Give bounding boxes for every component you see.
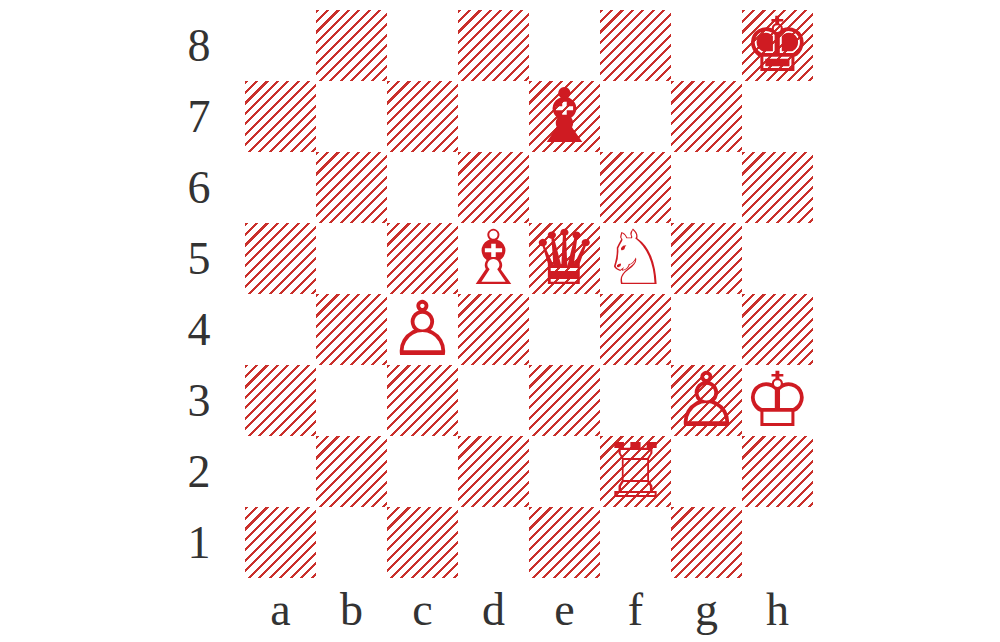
square-h1[interactable] bbox=[742, 507, 813, 578]
square-f4[interactable] bbox=[600, 294, 671, 365]
square-f5[interactable]: ♘ bbox=[600, 223, 671, 294]
square-h6[interactable] bbox=[742, 152, 813, 223]
square-h2[interactable] bbox=[742, 436, 813, 507]
file-labels: abcdefgh bbox=[245, 580, 813, 638]
piece-white-knight: ♘ bbox=[592, 214, 679, 301]
square-b1[interactable] bbox=[316, 507, 387, 578]
square-c7[interactable] bbox=[387, 81, 458, 152]
square-d8[interactable] bbox=[458, 10, 529, 81]
square-h4[interactable] bbox=[742, 294, 813, 365]
square-c5[interactable] bbox=[387, 223, 458, 294]
square-d6[interactable] bbox=[458, 152, 529, 223]
rank-label-8: 8 bbox=[168, 10, 230, 81]
rank-label-1: 1 bbox=[168, 507, 230, 578]
file-label-a: a bbox=[245, 580, 316, 638]
chess-board: ♚♝♗♛♘♙♙♔♖ bbox=[245, 10, 813, 578]
square-b8[interactable] bbox=[316, 10, 387, 81]
rank-label-5: 5 bbox=[168, 223, 230, 294]
square-e8[interactable] bbox=[529, 10, 600, 81]
square-d2[interactable] bbox=[458, 436, 529, 507]
square-b4[interactable] bbox=[316, 294, 387, 365]
chess-diagram: 87654321 ♚♝♗♛♘♙♙♔♖ abcdefgh bbox=[0, 0, 1000, 642]
square-a4[interactable] bbox=[245, 294, 316, 365]
square-a7[interactable] bbox=[245, 81, 316, 152]
piece-black-bishop: ♝ bbox=[521, 72, 608, 159]
square-c2[interactable] bbox=[387, 436, 458, 507]
file-label-e: e bbox=[529, 580, 600, 638]
square-g5[interactable] bbox=[671, 223, 742, 294]
square-d1[interactable] bbox=[458, 507, 529, 578]
square-g8[interactable] bbox=[671, 10, 742, 81]
square-e6[interactable] bbox=[529, 152, 600, 223]
rank-label-4: 4 bbox=[168, 294, 230, 365]
file-label-f: f bbox=[600, 580, 671, 638]
square-b2[interactable] bbox=[316, 436, 387, 507]
square-e5[interactable]: ♛ bbox=[529, 223, 600, 294]
square-g1[interactable] bbox=[671, 507, 742, 578]
square-e3[interactable] bbox=[529, 365, 600, 436]
square-a2[interactable] bbox=[245, 436, 316, 507]
square-e1[interactable] bbox=[529, 507, 600, 578]
square-b3[interactable] bbox=[316, 365, 387, 436]
square-a3[interactable] bbox=[245, 365, 316, 436]
square-a8[interactable] bbox=[245, 10, 316, 81]
file-label-g: g bbox=[671, 580, 742, 638]
square-b6[interactable] bbox=[316, 152, 387, 223]
piece-white-rook: ♖ bbox=[592, 427, 679, 514]
piece-white-pawn: ♙ bbox=[663, 356, 750, 443]
rank-label-3: 3 bbox=[168, 365, 230, 436]
square-d3[interactable] bbox=[458, 365, 529, 436]
square-h3[interactable]: ♔ bbox=[742, 365, 813, 436]
square-g2[interactable] bbox=[671, 436, 742, 507]
square-c4[interactable]: ♙ bbox=[387, 294, 458, 365]
square-d7[interactable] bbox=[458, 81, 529, 152]
piece-white-bishop: ♗ bbox=[450, 214, 537, 301]
square-a1[interactable] bbox=[245, 507, 316, 578]
square-f7[interactable] bbox=[600, 81, 671, 152]
square-g6[interactable] bbox=[671, 152, 742, 223]
square-f2[interactable]: ♖ bbox=[600, 436, 671, 507]
file-label-c: c bbox=[387, 580, 458, 638]
square-g4[interactable] bbox=[671, 294, 742, 365]
square-h7[interactable] bbox=[742, 81, 813, 152]
square-h8[interactable]: ♚ bbox=[742, 10, 813, 81]
piece-white-pawn: ♙ bbox=[379, 285, 466, 372]
square-h5[interactable] bbox=[742, 223, 813, 294]
rank-label-6: 6 bbox=[168, 152, 230, 223]
square-a6[interactable] bbox=[245, 152, 316, 223]
file-label-d: d bbox=[458, 580, 529, 638]
piece-white-king: ♔ bbox=[734, 356, 821, 443]
square-g3[interactable]: ♙ bbox=[671, 365, 742, 436]
piece-black-king: ♚ bbox=[734, 1, 821, 88]
square-f3[interactable] bbox=[600, 365, 671, 436]
square-e7[interactable]: ♝ bbox=[529, 81, 600, 152]
square-c1[interactable] bbox=[387, 507, 458, 578]
square-e4[interactable] bbox=[529, 294, 600, 365]
piece-black-queen: ♛ bbox=[521, 214, 608, 301]
rank-labels: 87654321 bbox=[168, 10, 230, 578]
file-label-h: h bbox=[742, 580, 813, 638]
square-f8[interactable] bbox=[600, 10, 671, 81]
square-d4[interactable] bbox=[458, 294, 529, 365]
square-f1[interactable] bbox=[600, 507, 671, 578]
square-b5[interactable] bbox=[316, 223, 387, 294]
rank-label-2: 2 bbox=[168, 436, 230, 507]
square-c8[interactable] bbox=[387, 10, 458, 81]
rank-label-7: 7 bbox=[168, 81, 230, 152]
square-c6[interactable] bbox=[387, 152, 458, 223]
square-g7[interactable] bbox=[671, 81, 742, 152]
square-e2[interactable] bbox=[529, 436, 600, 507]
square-b7[interactable] bbox=[316, 81, 387, 152]
square-a5[interactable] bbox=[245, 223, 316, 294]
square-c3[interactable] bbox=[387, 365, 458, 436]
file-label-b: b bbox=[316, 580, 387, 638]
square-f6[interactable] bbox=[600, 152, 671, 223]
square-d5[interactable]: ♗ bbox=[458, 223, 529, 294]
